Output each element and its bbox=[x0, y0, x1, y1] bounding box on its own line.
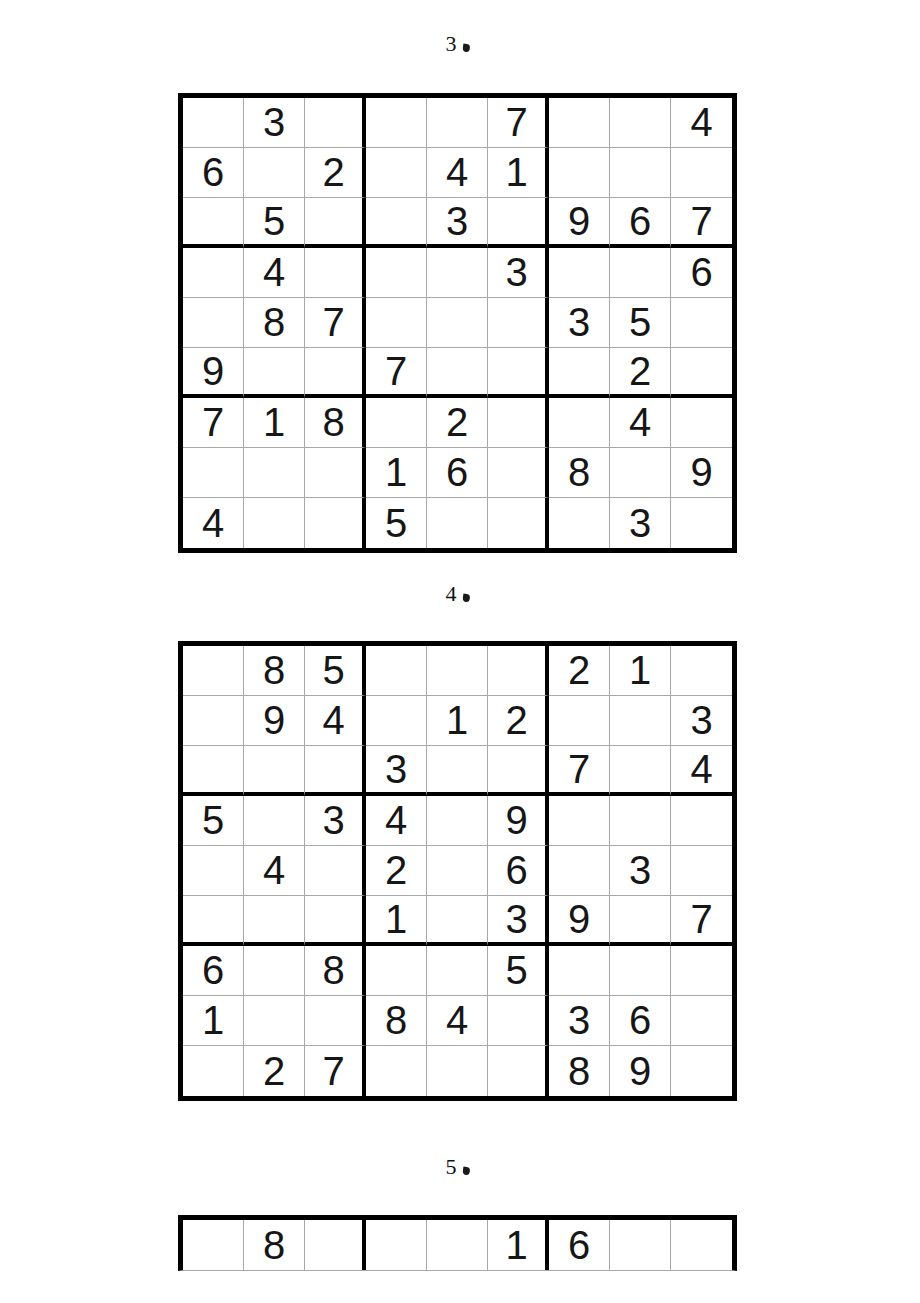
cell-r9c2: 2 bbox=[244, 1046, 305, 1096]
cell-r7c6 bbox=[488, 398, 549, 448]
cell-r1c7: 2 bbox=[549, 646, 610, 696]
cell-r2c5: 4 bbox=[427, 148, 488, 198]
ideographic-comma-icon bbox=[462, 594, 470, 603]
cell-r7c1: 6 bbox=[183, 946, 244, 996]
cell-r1c8 bbox=[610, 98, 671, 148]
cell-r4c5 bbox=[427, 248, 488, 298]
cell-r4c6: 3 bbox=[488, 248, 549, 298]
cell-r5c3: 7 bbox=[305, 298, 366, 348]
cell-r3c2 bbox=[244, 746, 305, 796]
cell-r8c3 bbox=[305, 448, 366, 498]
cell-r7c5 bbox=[427, 946, 488, 996]
cell-r6c2 bbox=[244, 896, 305, 946]
cell-r5c2: 4 bbox=[244, 846, 305, 896]
cell-r4c6: 9 bbox=[488, 796, 549, 846]
puzzle-4-label: 4 bbox=[178, 581, 737, 607]
cell-r3c9: 4 bbox=[671, 746, 732, 796]
cell-r7c3: 8 bbox=[305, 946, 366, 996]
cell-r4c9: 6 bbox=[671, 248, 732, 298]
cell-r1c4 bbox=[366, 1220, 427, 1270]
cell-r4c7 bbox=[549, 796, 610, 846]
cell-r1c4 bbox=[366, 646, 427, 696]
cell-r9c7: 8 bbox=[549, 1046, 610, 1096]
cell-r9c5 bbox=[427, 1046, 488, 1096]
cell-r2c5: 1 bbox=[427, 696, 488, 746]
cell-r2c7 bbox=[549, 696, 610, 746]
cell-r1c2: 3 bbox=[244, 98, 305, 148]
cell-r4c4: 4 bbox=[366, 796, 427, 846]
cell-r5c2: 8 bbox=[244, 298, 305, 348]
cell-r5c9 bbox=[671, 846, 732, 896]
cell-r7c2 bbox=[244, 946, 305, 996]
cell-r7c1: 7 bbox=[183, 398, 244, 448]
cell-r9c6 bbox=[488, 1046, 549, 1096]
sudoku-grid-4: 852194123374534942631397685184362789 bbox=[178, 641, 737, 1101]
cell-r1c8 bbox=[610, 1220, 671, 1270]
cell-r8c7: 8 bbox=[549, 448, 610, 498]
cell-r4c1 bbox=[183, 248, 244, 298]
cell-r5c5 bbox=[427, 846, 488, 896]
cell-r2c2 bbox=[244, 148, 305, 198]
cell-r9c3 bbox=[305, 498, 366, 548]
cell-r9c4 bbox=[366, 1046, 427, 1096]
cell-r9c5 bbox=[427, 498, 488, 548]
cell-r7c7 bbox=[549, 946, 610, 996]
cell-r6c8 bbox=[610, 896, 671, 946]
cell-r9c9 bbox=[671, 1046, 732, 1096]
cell-r1c2: 8 bbox=[244, 646, 305, 696]
cell-r3c7: 9 bbox=[549, 198, 610, 248]
cell-r7c4 bbox=[366, 398, 427, 448]
cell-r8c6 bbox=[488, 996, 549, 1046]
cell-r3c6 bbox=[488, 198, 549, 248]
cell-r3c9: 7 bbox=[671, 198, 732, 248]
cell-r2c4 bbox=[366, 696, 427, 746]
cell-r6c3 bbox=[305, 896, 366, 946]
cell-r6c4: 1 bbox=[366, 896, 427, 946]
cell-r6c5 bbox=[427, 348, 488, 398]
cell-r3c2: 5 bbox=[244, 198, 305, 248]
cell-r3c6 bbox=[488, 746, 549, 796]
cell-r3c1 bbox=[183, 746, 244, 796]
cell-r2c9 bbox=[671, 148, 732, 198]
cell-r1c5 bbox=[427, 1220, 488, 1270]
cell-r3c4 bbox=[366, 198, 427, 248]
cell-r2c8 bbox=[610, 696, 671, 746]
cell-r9c4: 5 bbox=[366, 498, 427, 548]
cell-r5c8: 3 bbox=[610, 846, 671, 896]
cell-r2c6: 1 bbox=[488, 148, 549, 198]
puzzle-3-label: 3 bbox=[178, 31, 737, 57]
cell-r7c3: 8 bbox=[305, 398, 366, 448]
cell-r4c2 bbox=[244, 796, 305, 846]
cell-r4c5 bbox=[427, 796, 488, 846]
cell-r8c6 bbox=[488, 448, 549, 498]
cell-r6c4: 7 bbox=[366, 348, 427, 398]
cell-r2c7 bbox=[549, 148, 610, 198]
cell-r9c9 bbox=[671, 498, 732, 548]
cell-r5c3 bbox=[305, 846, 366, 896]
cell-r3c5: 3 bbox=[427, 198, 488, 248]
cell-r1c9 bbox=[671, 1220, 732, 1270]
cell-r1c2: 8 bbox=[244, 1220, 305, 1270]
cell-r8c2 bbox=[244, 448, 305, 498]
cell-r4c3: 3 bbox=[305, 796, 366, 846]
cell-r7c9 bbox=[671, 946, 732, 996]
cell-r1c4 bbox=[366, 98, 427, 148]
cell-r8c2 bbox=[244, 996, 305, 1046]
puzzle-4-number: 4 bbox=[446, 581, 457, 606]
cell-r1c7: 6 bbox=[549, 1220, 610, 1270]
cell-r6c7: 9 bbox=[549, 896, 610, 946]
cell-r5c8: 5 bbox=[610, 298, 671, 348]
cell-r1c3 bbox=[305, 98, 366, 148]
ideographic-comma-icon bbox=[462, 1167, 470, 1176]
cell-r6c1 bbox=[183, 896, 244, 946]
cell-r8c9 bbox=[671, 996, 732, 1046]
cell-r7c9 bbox=[671, 398, 732, 448]
cell-r1c8: 1 bbox=[610, 646, 671, 696]
cell-r6c6: 3 bbox=[488, 896, 549, 946]
cell-r9c2 bbox=[244, 498, 305, 548]
puzzle-5-number: 5 bbox=[446, 1154, 457, 1179]
cell-r1c6: 7 bbox=[488, 98, 549, 148]
cell-r9c8: 3 bbox=[610, 498, 671, 548]
cell-r7c2: 1 bbox=[244, 398, 305, 448]
cell-r9c7 bbox=[549, 498, 610, 548]
cell-r3c3 bbox=[305, 198, 366, 248]
cell-r6c8: 2 bbox=[610, 348, 671, 398]
cell-r8c8: 6 bbox=[610, 996, 671, 1046]
puzzle-5-label: 5 bbox=[178, 1154, 737, 1180]
cell-r5c7 bbox=[549, 846, 610, 896]
cell-r5c1 bbox=[183, 298, 244, 348]
cell-r7c8: 4 bbox=[610, 398, 671, 448]
cell-r5c1 bbox=[183, 846, 244, 896]
cell-r9c1 bbox=[183, 1046, 244, 1096]
cell-r2c3: 2 bbox=[305, 148, 366, 198]
cell-r3c7: 7 bbox=[549, 746, 610, 796]
cell-r4c9 bbox=[671, 796, 732, 846]
cell-r3c5 bbox=[427, 746, 488, 796]
worksheet-page: 3 3746241539674368735972718241689453 4 8… bbox=[0, 0, 920, 1303]
cell-r8c3 bbox=[305, 996, 366, 1046]
cell-r2c4 bbox=[366, 148, 427, 198]
cell-r8c4: 8 bbox=[366, 996, 427, 1046]
cell-r5c6 bbox=[488, 298, 549, 348]
cell-r8c1: 1 bbox=[183, 996, 244, 1046]
cell-r3c4: 3 bbox=[366, 746, 427, 796]
cell-r7c7 bbox=[549, 398, 610, 448]
cell-r1c3 bbox=[305, 1220, 366, 1270]
cell-r5c6: 6 bbox=[488, 846, 549, 896]
cell-r1c5 bbox=[427, 98, 488, 148]
cell-r1c6 bbox=[488, 646, 549, 696]
cell-r6c9: 7 bbox=[671, 896, 732, 946]
cell-r9c8: 9 bbox=[610, 1046, 671, 1096]
cell-r8c8 bbox=[610, 448, 671, 498]
cell-r2c1: 6 bbox=[183, 148, 244, 198]
cell-r7c8 bbox=[610, 946, 671, 996]
cell-r9c3: 7 bbox=[305, 1046, 366, 1096]
cell-r2c2: 9 bbox=[244, 696, 305, 746]
sudoku-grid-5-partial: 816 bbox=[178, 1215, 737, 1271]
cell-r1c3: 5 bbox=[305, 646, 366, 696]
cell-r2c9: 3 bbox=[671, 696, 732, 746]
cell-r4c4 bbox=[366, 248, 427, 298]
cell-r5c4 bbox=[366, 298, 427, 348]
cell-r4c8 bbox=[610, 248, 671, 298]
cell-r5c5 bbox=[427, 298, 488, 348]
cell-r3c8 bbox=[610, 746, 671, 796]
cell-r8c7: 3 bbox=[549, 996, 610, 1046]
cell-r8c9: 9 bbox=[671, 448, 732, 498]
cell-r9c6 bbox=[488, 498, 549, 548]
cell-r2c6: 2 bbox=[488, 696, 549, 746]
cell-r7c4 bbox=[366, 946, 427, 996]
cell-r4c7 bbox=[549, 248, 610, 298]
cell-r5c4: 2 bbox=[366, 846, 427, 896]
cell-r7c6: 5 bbox=[488, 946, 549, 996]
cell-r1c7 bbox=[549, 98, 610, 148]
cell-r6c2 bbox=[244, 348, 305, 398]
cell-r3c8: 6 bbox=[610, 198, 671, 248]
cell-r1c5 bbox=[427, 646, 488, 696]
cell-r3c1 bbox=[183, 198, 244, 248]
cell-r5c7: 3 bbox=[549, 298, 610, 348]
cell-r1c1 bbox=[183, 1220, 244, 1270]
cell-r5c9 bbox=[671, 298, 732, 348]
cell-r4c8 bbox=[610, 796, 671, 846]
cell-r3c3 bbox=[305, 746, 366, 796]
cell-r8c4: 1 bbox=[366, 448, 427, 498]
sudoku-grid-3: 3746241539674368735972718241689453 bbox=[178, 93, 737, 553]
cell-r6c3 bbox=[305, 348, 366, 398]
cell-r2c3: 4 bbox=[305, 696, 366, 746]
cell-r8c1 bbox=[183, 448, 244, 498]
cell-r1c6: 1 bbox=[488, 1220, 549, 1270]
cell-r4c3 bbox=[305, 248, 366, 298]
cell-r6c1: 9 bbox=[183, 348, 244, 398]
cell-r2c8 bbox=[610, 148, 671, 198]
cell-r2c1 bbox=[183, 696, 244, 746]
ideographic-comma-icon bbox=[462, 44, 470, 53]
cell-r6c7 bbox=[549, 348, 610, 398]
cell-r9c1: 4 bbox=[183, 498, 244, 548]
cell-r6c6 bbox=[488, 348, 549, 398]
cell-r1c9 bbox=[671, 646, 732, 696]
cell-r1c1 bbox=[183, 98, 244, 148]
cell-r8c5: 6 bbox=[427, 448, 488, 498]
cell-r4c1: 5 bbox=[183, 796, 244, 846]
cell-r1c9: 4 bbox=[671, 98, 732, 148]
cell-r7c5: 2 bbox=[427, 398, 488, 448]
cell-r6c5 bbox=[427, 896, 488, 946]
puzzle-3-number: 3 bbox=[446, 31, 457, 56]
cell-r4c2: 4 bbox=[244, 248, 305, 298]
cell-r8c5: 4 bbox=[427, 996, 488, 1046]
cell-r1c1 bbox=[183, 646, 244, 696]
cell-r6c9 bbox=[671, 348, 732, 398]
